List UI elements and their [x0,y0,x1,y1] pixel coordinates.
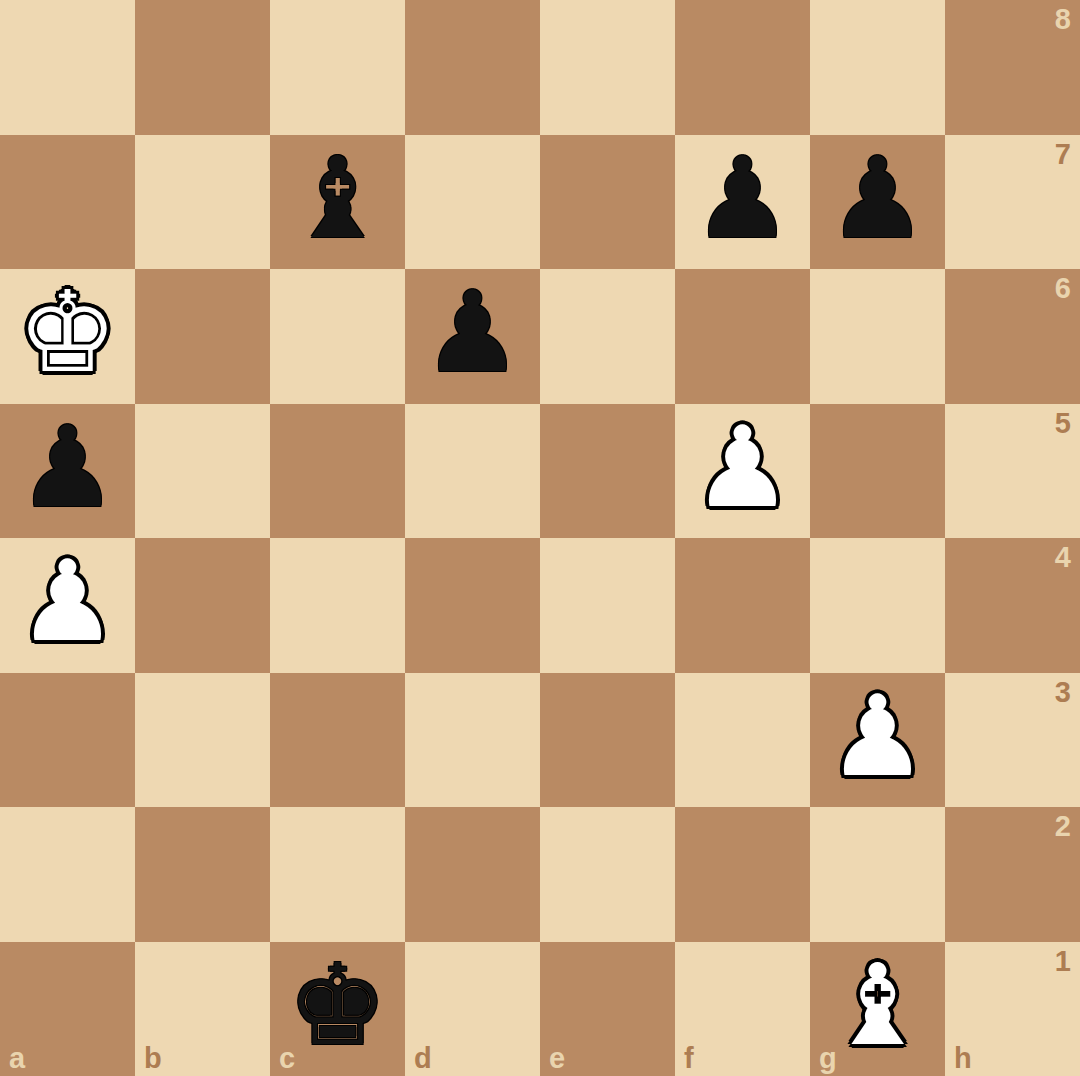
piece-white-pawn[interactable]: ♟ [827,680,927,792]
rank-label-4: 4 [1055,543,1071,572]
square-g5[interactable] [810,404,945,539]
rank-label-6: 6 [1055,274,1071,303]
square-c8[interactable] [270,0,405,135]
square-g4[interactable] [810,538,945,673]
square-c5[interactable] [270,404,405,539]
file-label-d: d [414,1044,432,1073]
square-h8[interactable]: 8 [945,0,1080,135]
square-b6[interactable] [135,269,270,404]
square-d1[interactable]: d [405,942,540,1076]
square-a8[interactable] [0,0,135,135]
square-e7[interactable] [540,135,675,270]
piece-black-pawn[interactable]: ♟ [17,411,117,523]
square-e2[interactable] [540,807,675,942]
square-g6[interactable] [810,269,945,404]
square-d3[interactable] [405,673,540,808]
file-label-b: b [144,1044,162,1073]
rank-label-8: 8 [1055,5,1071,34]
square-f3[interactable] [675,673,810,808]
square-h2[interactable]: 2 [945,807,1080,942]
piece-white-pawn[interactable]: ♟ [17,545,117,657]
file-label-a: a [9,1044,25,1073]
file-label-f: f [684,1044,694,1073]
square-b3[interactable] [135,673,270,808]
file-label-e: e [549,1044,565,1073]
square-e3[interactable] [540,673,675,808]
square-f7[interactable]: ♟ [675,135,810,270]
square-e4[interactable] [540,538,675,673]
square-h1[interactable]: 1h [945,942,1080,1076]
square-a6[interactable]: ♚ [0,269,135,404]
square-g3[interactable]: ♟ [810,673,945,808]
square-b8[interactable] [135,0,270,135]
square-b1[interactable]: b [135,942,270,1076]
square-g7[interactable]: ♟ [810,135,945,270]
square-h4[interactable]: 4 [945,538,1080,673]
piece-black-pawn[interactable]: ♟ [827,142,927,254]
square-h5[interactable]: 5 [945,404,1080,539]
square-h3[interactable]: 3 [945,673,1080,808]
square-d7[interactable] [405,135,540,270]
piece-black-pawn[interactable]: ♟ [422,276,522,388]
square-d6[interactable]: ♟ [405,269,540,404]
rank-label-2: 2 [1055,812,1071,841]
square-g8[interactable] [810,0,945,135]
square-c2[interactable] [270,807,405,942]
chess-board: 8♝♟♟7♚♟6♟♟5♟4♟32abc♚defg♝1h [0,0,1080,1076]
piece-white-king[interactable]: ♚ [17,276,117,388]
square-b7[interactable] [135,135,270,270]
square-a1[interactable]: a [0,942,135,1076]
square-f4[interactable] [675,538,810,673]
piece-white-bishop[interactable]: ♝ [827,949,927,1061]
square-c6[interactable] [270,269,405,404]
square-d2[interactable] [405,807,540,942]
piece-white-pawn[interactable]: ♟ [692,411,792,523]
square-b4[interactable] [135,538,270,673]
square-d4[interactable] [405,538,540,673]
square-c3[interactable] [270,673,405,808]
square-c4[interactable] [270,538,405,673]
square-h7[interactable]: 7 [945,135,1080,270]
square-f2[interactable] [675,807,810,942]
rank-label-7: 7 [1055,140,1071,169]
square-f5[interactable]: ♟ [675,404,810,539]
square-f8[interactable] [675,0,810,135]
piece-black-bishop[interactable]: ♝ [287,142,387,254]
square-e5[interactable] [540,404,675,539]
square-a4[interactable]: ♟ [0,538,135,673]
square-g2[interactable] [810,807,945,942]
rank-label-3: 3 [1055,678,1071,707]
square-e6[interactable] [540,269,675,404]
piece-black-king[interactable]: ♚ [287,949,387,1061]
square-h6[interactable]: 6 [945,269,1080,404]
square-g1[interactable]: g♝ [810,942,945,1076]
square-a3[interactable] [0,673,135,808]
square-f6[interactable] [675,269,810,404]
square-a7[interactable] [0,135,135,270]
square-a2[interactable] [0,807,135,942]
square-c1[interactable]: c♚ [270,942,405,1076]
square-c7[interactable]: ♝ [270,135,405,270]
piece-black-pawn[interactable]: ♟ [692,142,792,254]
square-d8[interactable] [405,0,540,135]
square-d5[interactable] [405,404,540,539]
square-a5[interactable]: ♟ [0,404,135,539]
square-e8[interactable] [540,0,675,135]
square-f1[interactable]: f [675,942,810,1076]
file-label-h: h [954,1044,972,1073]
square-b2[interactable] [135,807,270,942]
square-b5[interactable] [135,404,270,539]
rank-label-1: 1 [1055,947,1071,976]
square-e1[interactable]: e [540,942,675,1076]
rank-label-5: 5 [1055,409,1071,438]
